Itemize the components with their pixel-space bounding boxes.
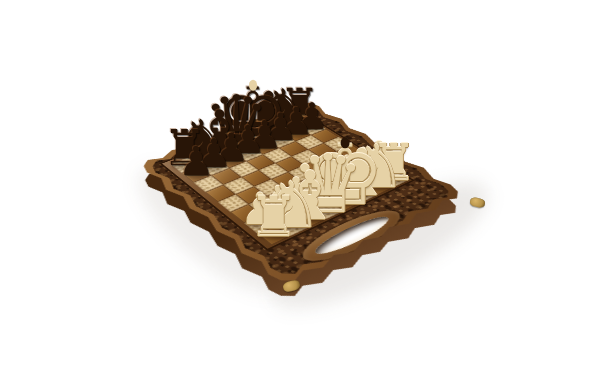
product-photo: ♜♞♝♛♚♝♞♜♟♟♟♟♟♟♟♟♟♟♟♟♟♟♟♟♜♞♝♛♚♝♞♜	[0, 0, 600, 380]
chess-case	[131, 97, 472, 291]
scene	[0, 0, 600, 380]
